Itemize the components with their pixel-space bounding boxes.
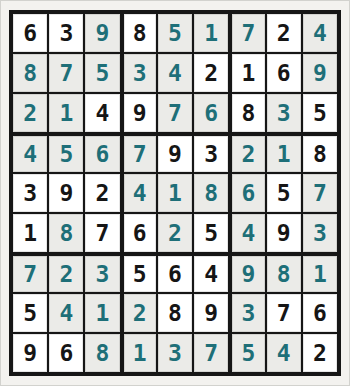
cell-r3c4[interactable]: 9 (122, 94, 156, 132)
cell-r4c3[interactable]: 6 (85, 134, 119, 172)
cell-r8c8[interactable]: 7 (267, 294, 301, 332)
cell-r1c3[interactable]: 9 (85, 14, 119, 52)
cell-r6c6[interactable]: 5 (194, 214, 228, 252)
cell-r8c7[interactable]: 3 (230, 294, 264, 332)
cell-r4c2[interactable]: 5 (49, 134, 83, 172)
cell-r5c6[interactable]: 8 (194, 174, 228, 212)
cell-r8c2[interactable]: 4 (49, 294, 83, 332)
cell-r8c6[interactable]: 9 (194, 294, 228, 332)
cell-r1c7[interactable]: 7 (230, 14, 264, 52)
cell-r1c6[interactable]: 1 (194, 14, 228, 52)
cell-r6c1[interactable]: 1 (13, 214, 47, 252)
cell-r5c9[interactable]: 7 (303, 174, 337, 212)
cell-r1c4[interactable]: 8 (122, 14, 156, 52)
cell-r3c7[interactable]: 8 (230, 94, 264, 132)
cell-r9c7[interactable]: 5 (230, 334, 264, 372)
cell-r9c5[interactable]: 3 (158, 334, 192, 372)
cell-r7c7[interactable]: 9 (230, 254, 264, 292)
cell-r3c6[interactable]: 6 (194, 94, 228, 132)
cell-r2c6[interactable]: 2 (194, 54, 228, 92)
cell-r3c8[interactable]: 3 (267, 94, 301, 132)
cell-r4c9[interactable]: 8 (303, 134, 337, 172)
cell-r7c9[interactable]: 1 (303, 254, 337, 292)
cell-r4c1[interactable]: 4 (13, 134, 47, 172)
cell-r2c1[interactable]: 8 (13, 54, 47, 92)
cell-r6c4[interactable]: 6 (122, 214, 156, 252)
cell-r8c5[interactable]: 8 (158, 294, 192, 332)
cell-r2c5[interactable]: 4 (158, 54, 192, 92)
sudoku-screenshot: 6398517248753421692149768354567932183924… (0, 0, 350, 386)
cell-r5c3[interactable]: 2 (85, 174, 119, 212)
cell-r5c5[interactable]: 1 (158, 174, 192, 212)
cell-r4c6[interactable]: 3 (194, 134, 228, 172)
cell-r5c7[interactable]: 6 (230, 174, 264, 212)
cell-r7c3[interactable]: 3 (85, 254, 119, 292)
cell-r6c3[interactable]: 7 (85, 214, 119, 252)
cell-r2c4[interactable]: 3 (122, 54, 156, 92)
cell-r4c8[interactable]: 1 (267, 134, 301, 172)
cell-r9c8[interactable]: 4 (267, 334, 301, 372)
cell-r5c1[interactable]: 3 (13, 174, 47, 212)
cell-r4c4[interactable]: 7 (122, 134, 156, 172)
cell-r7c8[interactable]: 8 (267, 254, 301, 292)
sudoku-board: 6398517248753421692149768354567932183924… (9, 10, 341, 376)
cell-r3c1[interactable]: 2 (13, 94, 47, 132)
cell-r6c9[interactable]: 3 (303, 214, 337, 252)
cell-r3c5[interactable]: 7 (158, 94, 192, 132)
cell-r5c2[interactable]: 9 (49, 174, 83, 212)
cell-r2c7[interactable]: 1 (230, 54, 264, 92)
cell-r9c3[interactable]: 8 (85, 334, 119, 372)
cell-r1c9[interactable]: 4 (303, 14, 337, 52)
cell-r9c1[interactable]: 9 (13, 334, 47, 372)
cell-r2c2[interactable]: 7 (49, 54, 83, 92)
cell-r8c4[interactable]: 2 (122, 294, 156, 332)
cell-r7c5[interactable]: 6 (158, 254, 192, 292)
cell-r7c1[interactable]: 7 (13, 254, 47, 292)
cell-r2c9[interactable]: 9 (303, 54, 337, 92)
cell-r6c8[interactable]: 9 (267, 214, 301, 252)
cell-r7c2[interactable]: 2 (49, 254, 83, 292)
cell-r4c7[interactable]: 2 (230, 134, 264, 172)
cell-r8c9[interactable]: 6 (303, 294, 337, 332)
cell-r4c5[interactable]: 9 (158, 134, 192, 172)
cell-r1c5[interactable]: 5 (158, 14, 192, 52)
cell-r9c6[interactable]: 7 (194, 334, 228, 372)
cell-r6c5[interactable]: 2 (158, 214, 192, 252)
cell-r6c2[interactable]: 8 (49, 214, 83, 252)
cell-r9c9[interactable]: 2 (303, 334, 337, 372)
cell-r2c3[interactable]: 5 (85, 54, 119, 92)
cell-r3c2[interactable]: 1 (49, 94, 83, 132)
cell-r6c7[interactable]: 4 (230, 214, 264, 252)
cell-r9c4[interactable]: 1 (122, 334, 156, 372)
cell-r8c1[interactable]: 5 (13, 294, 47, 332)
cell-r1c2[interactable]: 3 (49, 14, 83, 52)
cell-r3c9[interactable]: 5 (303, 94, 337, 132)
cell-r7c4[interactable]: 5 (122, 254, 156, 292)
cell-r2c8[interactable]: 6 (267, 54, 301, 92)
cell-r9c2[interactable]: 6 (49, 334, 83, 372)
cell-r1c1[interactable]: 6 (13, 14, 47, 52)
cell-r5c8[interactable]: 5 (267, 174, 301, 212)
cell-r8c3[interactable]: 1 (85, 294, 119, 332)
cell-r3c3[interactable]: 4 (85, 94, 119, 132)
cell-r7c6[interactable]: 4 (194, 254, 228, 292)
cell-r1c8[interactable]: 2 (267, 14, 301, 52)
cell-r5c4[interactable]: 4 (122, 174, 156, 212)
